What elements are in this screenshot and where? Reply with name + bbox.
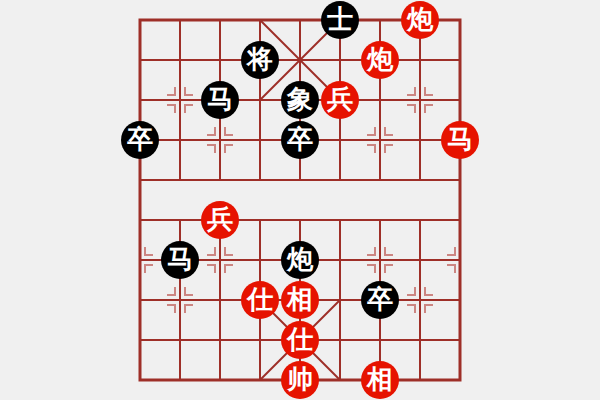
piece-black-elephant[interactable]: 象	[281, 81, 319, 119]
xiangqi-piece-layer: 士炮将炮马象兵卒卒马兵马炮仕相卒仕帅相	[120, 0, 480, 400]
piece-black-advisor[interactable]: 士	[321, 1, 359, 39]
piece-black-soldier[interactable]: 卒	[281, 121, 319, 159]
piece-black-horse[interactable]: 马	[201, 81, 239, 119]
xiangqi-app: 士炮将炮马象兵卒卒马兵马炮仕相卒仕帅相	[0, 0, 600, 400]
piece-black-soldier[interactable]: 卒	[361, 281, 399, 319]
piece-red-soldier[interactable]: 兵	[321, 81, 359, 119]
piece-red-advisor[interactable]: 仕	[281, 321, 319, 359]
piece-red-general[interactable]: 帅	[281, 361, 319, 399]
piece-black-horse[interactable]: 马	[161, 241, 199, 279]
piece-red-soldier[interactable]: 兵	[201, 201, 239, 239]
piece-black-general[interactable]: 将	[241, 41, 279, 79]
piece-red-cannon[interactable]: 炮	[361, 41, 399, 79]
piece-red-elephant[interactable]: 相	[281, 281, 319, 319]
piece-red-advisor[interactable]: 仕	[241, 281, 279, 319]
piece-red-elephant[interactable]: 相	[361, 361, 399, 399]
piece-black-soldier[interactable]: 卒	[121, 121, 159, 159]
piece-red-horse[interactable]: 马	[441, 121, 479, 159]
piece-black-cannon[interactable]: 炮	[281, 241, 319, 279]
piece-red-cannon[interactable]: 炮	[401, 1, 439, 39]
